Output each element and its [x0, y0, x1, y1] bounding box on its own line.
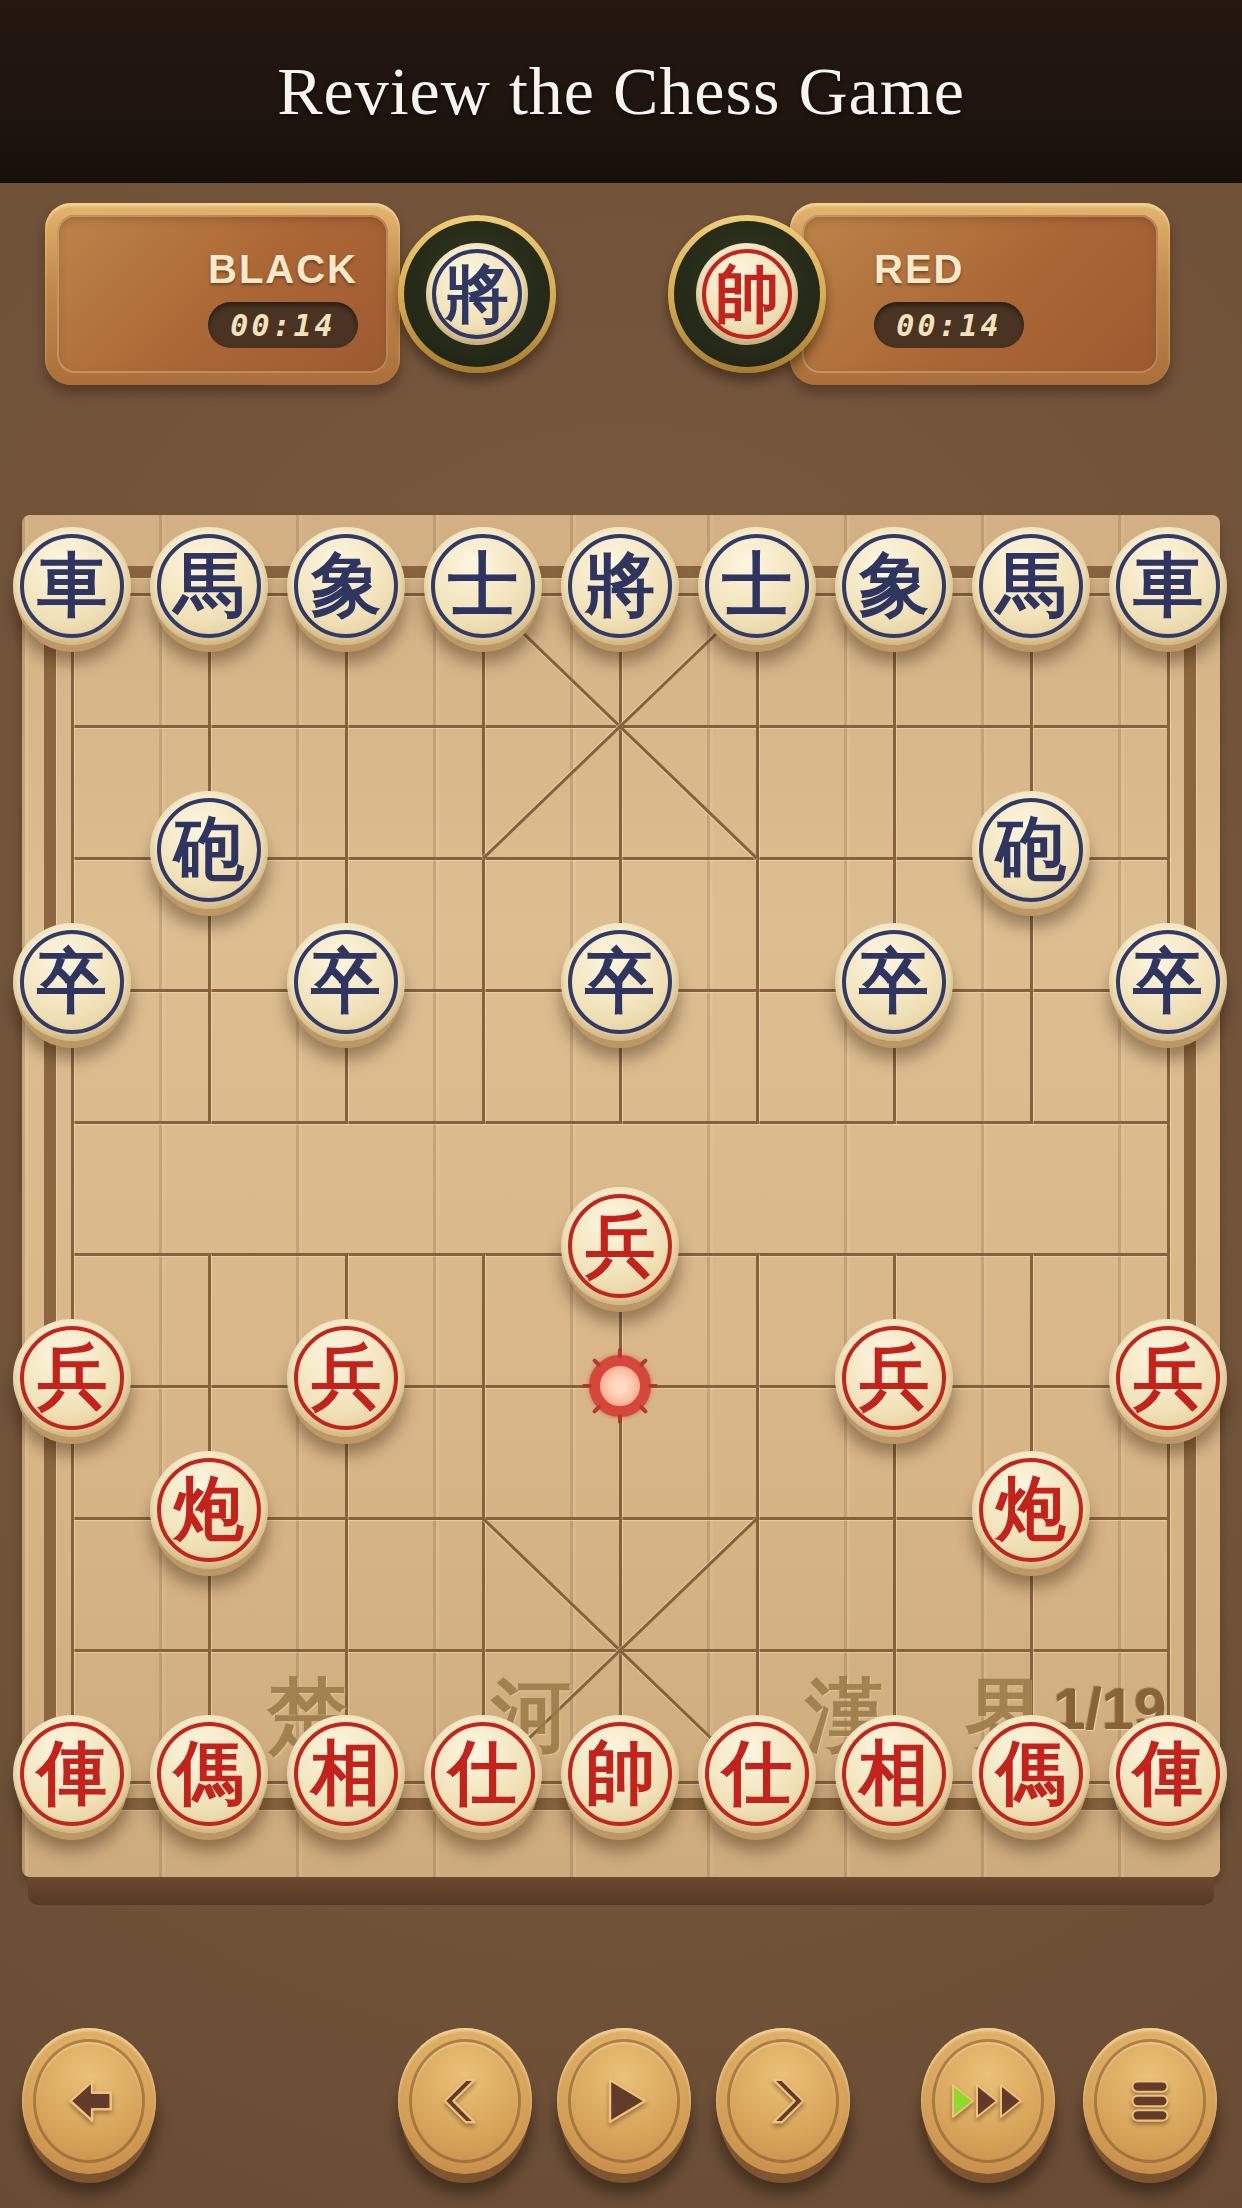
piece-red-r6c8[interactable]: 兵: [1109, 1319, 1227, 1437]
piece-black-r0c6[interactable]: 象: [835, 527, 953, 645]
piece-black-r3c8[interactable]: 卒: [1109, 923, 1227, 1041]
page-title: Review the Chess Game: [277, 52, 965, 131]
title-bar: Review the Chess Game: [0, 0, 1242, 183]
piece-black-r3c0[interactable]: 卒: [13, 923, 131, 1041]
general-piece-icon-black: 將: [426, 243, 528, 345]
play-icon: [594, 2071, 654, 2131]
chevron-left-icon: [436, 2072, 494, 2130]
piece-black-r2c7[interactable]: 砲: [972, 791, 1090, 909]
piece-red-r9c6[interactable]: 相: [835, 1715, 953, 1833]
piece-black-r0c1[interactable]: 馬: [150, 527, 268, 645]
piece-black-r3c2[interactable]: 卒: [287, 923, 405, 1041]
player-badge-red: 帥: [668, 215, 826, 373]
clock-red-time: 00:14: [896, 308, 1001, 343]
piece-black-r2c1[interactable]: 砲: [150, 791, 268, 909]
arrow-left-icon: [58, 2070, 120, 2132]
xiangqi-board[interactable]: 楚 河 漢 界 1/19 車馬象士將士象馬車砲砲卒卒卒卒卒兵兵兵兵兵炮炮俥傌相仕…: [22, 515, 1220, 1877]
piece-red-r6c2[interactable]: 兵: [287, 1319, 405, 1437]
piece-black-r0c8[interactable]: 車: [1109, 527, 1227, 645]
general-piece-icon-red: 帥: [696, 243, 798, 345]
badge-ring-red: 帥: [674, 221, 820, 367]
player-panel-black-inner: BLACK 00:14: [57, 215, 388, 373]
piece-red-r9c3[interactable]: 仕: [424, 1715, 542, 1833]
player-panel-black: BLACK 00:14: [45, 203, 400, 385]
player-name-black: BLACK: [208, 247, 358, 292]
fast-forward-icon: [945, 2071, 1031, 2131]
piece-black-r3c4[interactable]: 卒: [561, 923, 679, 1041]
player-panel-red-inner: RED 00:14: [802, 215, 1158, 373]
piece-red-r6c0[interactable]: 兵: [13, 1319, 131, 1437]
chevron-right-icon: [754, 2072, 812, 2130]
piece-black-r0c4[interactable]: 將: [561, 527, 679, 645]
player-name-red: RED: [874, 247, 964, 292]
piece-red-r9c8[interactable]: 俥: [1109, 1715, 1227, 1833]
player-panel-red: RED 00:14: [790, 203, 1170, 385]
piece-red-r9c7[interactable]: 傌: [972, 1715, 1090, 1833]
piece-red-r6c6[interactable]: 兵: [835, 1319, 953, 1437]
player-badge-black: 將: [398, 215, 556, 373]
menu-button[interactable]: [1083, 2028, 1217, 2174]
piece-red-r5c4[interactable]: 兵: [561, 1187, 679, 1305]
piece-red-r9c4[interactable]: 帥: [561, 1715, 679, 1833]
play-button[interactable]: [557, 2028, 691, 2174]
clock-red: 00:14: [874, 302, 1024, 348]
piece-red-r9c0[interactable]: 俥: [13, 1715, 131, 1833]
piece-red-r7c1[interactable]: 炮: [150, 1451, 268, 1569]
piece-red-r9c5[interactable]: 仕: [698, 1715, 816, 1833]
piece-black-r0c5[interactable]: 士: [698, 527, 816, 645]
piece-red-r9c1[interactable]: 傌: [150, 1715, 268, 1833]
last-move-origin-marker: [589, 1355, 651, 1417]
piece-black-r0c7[interactable]: 馬: [972, 527, 1090, 645]
back-button[interactable]: [22, 2028, 156, 2174]
fast-forward-button[interactable]: [921, 2028, 1055, 2174]
next-move-button[interactable]: [716, 2028, 850, 2174]
clock-black-time: 00:14: [230, 308, 335, 343]
app: Review the Chess Game BLACK 00:14 將 RED …: [0, 0, 1242, 2208]
piece-black-r3c6[interactable]: 卒: [835, 923, 953, 1041]
piece-black-r0c2[interactable]: 象: [287, 527, 405, 645]
badge-ring-black: 將: [404, 221, 550, 367]
menu-icon: [1119, 2070, 1181, 2132]
piece-red-r7c7[interactable]: 炮: [972, 1451, 1090, 1569]
piece-red-r9c2[interactable]: 相: [287, 1715, 405, 1833]
clock-black: 00:14: [208, 302, 358, 348]
previous-move-button[interactable]: [398, 2028, 532, 2174]
piece-black-r0c3[interactable]: 士: [424, 527, 542, 645]
piece-black-r0c0[interactable]: 車: [13, 527, 131, 645]
